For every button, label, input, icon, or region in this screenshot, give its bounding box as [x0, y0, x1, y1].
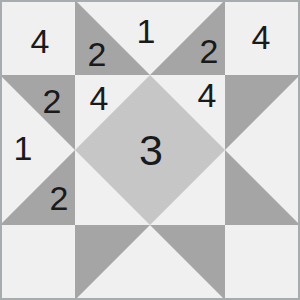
piece-corner-square-bottom-right	[225, 225, 300, 300]
piece-corner-square-top-left	[0, 0, 75, 75]
piece-corner-square-bottom-left	[0, 225, 75, 300]
piece-corner-square-top-right	[225, 0, 300, 75]
block-canvas	[0, 0, 300, 300]
quilt-block-diagram: 44112222443	[0, 0, 300, 300]
